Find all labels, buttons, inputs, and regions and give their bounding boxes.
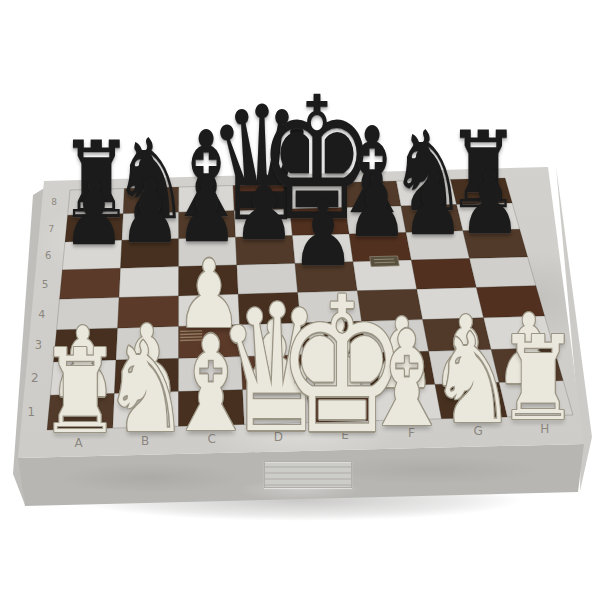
piece-black-pawn-h7[interactable]: ♟ xyxy=(458,156,521,246)
rank-label-5: 5 xyxy=(42,278,49,290)
rank-label-6: 6 xyxy=(45,250,51,261)
rank-label-1: 1 xyxy=(27,404,35,419)
piece-black-pawn-a7[interactable]: ♟ xyxy=(62,167,125,257)
square-a5[interactable] xyxy=(60,268,121,299)
piece-white-rook-h1[interactable]: ♜ xyxy=(497,320,579,437)
square-b5[interactable] xyxy=(119,267,179,298)
rank-label-7: 7 xyxy=(48,223,54,234)
piece-black-pawn-b7[interactable]: ♟ xyxy=(119,166,182,256)
piece-black-pawn-g7[interactable]: ♟ xyxy=(402,158,465,248)
chess-set-photo: ABCDEFGH87654321 ♜♞♝♛♚♝♞♜♟♟♟♟♟♟♟♟♟♟♟♟♟♟♟… xyxy=(0,0,600,600)
square-h5[interactable] xyxy=(470,257,536,288)
rank-label-8: 8 xyxy=(51,197,57,207)
square-g5[interactable] xyxy=(411,259,476,290)
rank-label-4: 4 xyxy=(38,308,45,321)
rank-label-2: 2 xyxy=(31,371,39,385)
